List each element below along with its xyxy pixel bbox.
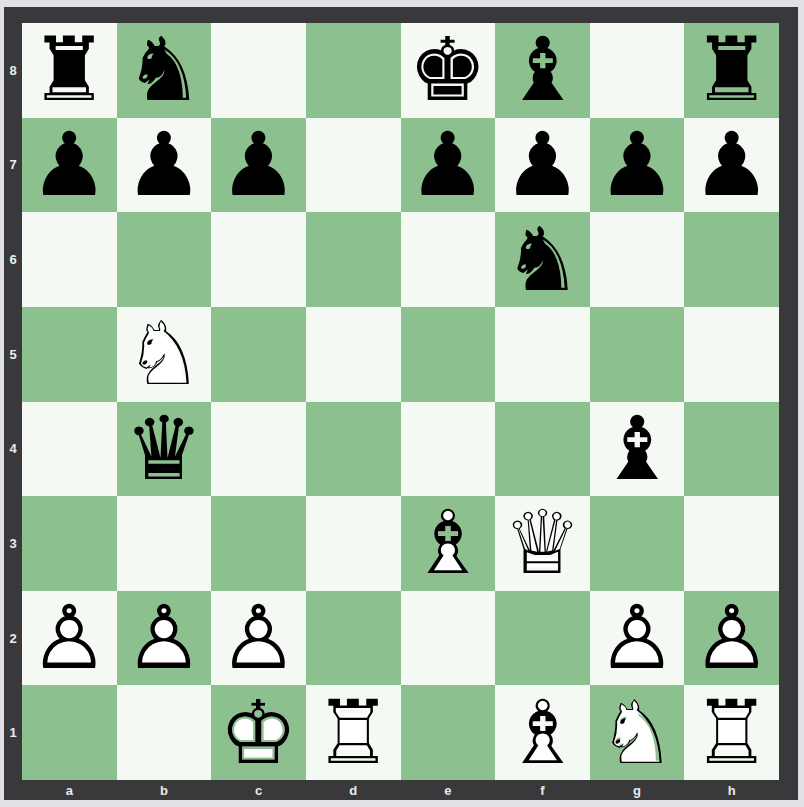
black-pawn[interactable]: ♟ xyxy=(211,118,306,213)
square-e8[interactable]: ♚ xyxy=(401,23,496,118)
square-f7[interactable]: ♟ xyxy=(495,118,590,213)
black-pawn[interactable]: ♟ xyxy=(495,118,590,213)
black-pawn[interactable]: ♟ xyxy=(22,118,117,213)
square-g4[interactable]: ♝ xyxy=(590,402,685,497)
square-a3[interactable] xyxy=(22,496,117,591)
square-c5[interactable] xyxy=(211,307,306,402)
square-b6[interactable] xyxy=(117,212,212,307)
square-e2[interactable] xyxy=(401,591,496,686)
white-pawn-outline: ♙ xyxy=(684,591,779,686)
white-bishop[interactable]: ♝♗ xyxy=(495,685,590,780)
square-d3[interactable] xyxy=(306,496,401,591)
square-a4[interactable] xyxy=(22,402,117,497)
square-c6[interactable] xyxy=(211,212,306,307)
square-d2[interactable] xyxy=(306,591,401,686)
white-pawn-outline: ♙ xyxy=(117,591,212,686)
black-queen[interactable]: ♛ xyxy=(117,402,212,497)
square-a5[interactable] xyxy=(22,307,117,402)
square-d7[interactable] xyxy=(306,118,401,213)
square-f4[interactable] xyxy=(495,402,590,497)
white-pawn[interactable]: ♟♙ xyxy=(22,591,117,686)
square-f5[interactable] xyxy=(495,307,590,402)
white-knight[interactable]: ♞♘ xyxy=(117,307,212,402)
square-h2[interactable]: ♟♙ xyxy=(684,591,779,686)
white-knight[interactable]: ♞♘ xyxy=(590,685,685,780)
square-e7[interactable]: ♟ xyxy=(401,118,496,213)
square-e1[interactable] xyxy=(401,685,496,780)
white-bishop-outline: ♗ xyxy=(401,496,496,591)
black-bishop[interactable]: ♝ xyxy=(495,23,590,118)
square-f8[interactable]: ♝ xyxy=(495,23,590,118)
rank-label-6: 6 xyxy=(4,212,22,307)
square-a6[interactable] xyxy=(22,212,117,307)
square-b4[interactable]: ♛ xyxy=(117,402,212,497)
white-knight-outline: ♘ xyxy=(117,307,212,402)
square-a7[interactable]: ♟ xyxy=(22,118,117,213)
square-g8[interactable] xyxy=(590,23,685,118)
black-bishop[interactable]: ♝ xyxy=(590,402,685,497)
white-king[interactable]: ♚♔ xyxy=(211,685,306,780)
square-h8[interactable]: ♜ xyxy=(684,23,779,118)
white-knight-outline: ♘ xyxy=(590,685,685,780)
board-frame: 87654321 abcdefgh ♜♞♚♝♜♟♟♟♟♟♟♟♞♞♘♛♝♝♗♛♕♟… xyxy=(4,7,798,800)
square-b1[interactable] xyxy=(117,685,212,780)
chess-board: ♜♞♚♝♜♟♟♟♟♟♟♟♞♞♘♛♝♝♗♛♕♟♙♟♙♟♙♟♙♟♙♚♔♜♖♝♗♞♘♜… xyxy=(22,23,779,780)
file-label-a: a xyxy=(22,780,117,800)
square-b2[interactable]: ♟♙ xyxy=(117,591,212,686)
square-d8[interactable] xyxy=(306,23,401,118)
square-e4[interactable] xyxy=(401,402,496,497)
white-pawn[interactable]: ♟♙ xyxy=(117,591,212,686)
black-pawn[interactable]: ♟ xyxy=(590,118,685,213)
file-label-b: b xyxy=(117,780,212,800)
square-d5[interactable] xyxy=(306,307,401,402)
rank-label-5: 5 xyxy=(4,307,22,402)
white-bishop-outline: ♗ xyxy=(495,685,590,780)
chess-diagram: 87654321 abcdefgh ♜♞♚♝♜♟♟♟♟♟♟♟♞♞♘♛♝♝♗♛♕♟… xyxy=(0,0,804,807)
square-e3[interactable]: ♝♗ xyxy=(401,496,496,591)
square-c1[interactable]: ♚♔ xyxy=(211,685,306,780)
white-pawn[interactable]: ♟♙ xyxy=(684,591,779,686)
square-c8[interactable] xyxy=(211,23,306,118)
square-f3[interactable]: ♛♕ xyxy=(495,496,590,591)
white-pawn[interactable]: ♟♙ xyxy=(211,591,306,686)
rank-label-1: 1 xyxy=(4,685,22,780)
square-g7[interactable]: ♟ xyxy=(590,118,685,213)
black-king[interactable]: ♚ xyxy=(401,23,496,118)
square-a8[interactable]: ♜ xyxy=(22,23,117,118)
rank-label-8: 8 xyxy=(4,23,22,118)
black-pawn[interactable]: ♟ xyxy=(117,118,212,213)
white-king-outline: ♔ xyxy=(211,685,306,780)
square-d1[interactable]: ♜♖ xyxy=(306,685,401,780)
square-h4[interactable] xyxy=(684,402,779,497)
square-g5[interactable] xyxy=(590,307,685,402)
rank-label-7: 7 xyxy=(4,118,22,213)
square-a1[interactable] xyxy=(22,685,117,780)
white-pawn-outline: ♙ xyxy=(211,591,306,686)
white-queen-outline: ♕ xyxy=(495,496,590,591)
square-c4[interactable] xyxy=(211,402,306,497)
square-g3[interactable] xyxy=(590,496,685,591)
white-bishop[interactable]: ♝♗ xyxy=(401,496,496,591)
black-pawn[interactable]: ♟ xyxy=(684,118,779,213)
square-h6[interactable] xyxy=(684,212,779,307)
black-knight[interactable]: ♞ xyxy=(117,23,212,118)
black-pawn[interactable]: ♟ xyxy=(401,118,496,213)
square-f2[interactable] xyxy=(495,591,590,686)
white-pawn-outline: ♙ xyxy=(590,591,685,686)
square-c2[interactable]: ♟♙ xyxy=(211,591,306,686)
white-rook-outline: ♖ xyxy=(306,685,401,780)
rank-label-4: 4 xyxy=(4,402,22,497)
rank-label-3: 3 xyxy=(4,496,22,591)
square-b3[interactable] xyxy=(117,496,212,591)
square-g6[interactable] xyxy=(590,212,685,307)
square-h1[interactable]: ♜♖ xyxy=(684,685,779,780)
rank-labels: 87654321 xyxy=(4,23,22,780)
square-b8[interactable]: ♞ xyxy=(117,23,212,118)
square-c3[interactable] xyxy=(211,496,306,591)
square-c7[interactable]: ♟ xyxy=(211,118,306,213)
square-f1[interactable]: ♝♗ xyxy=(495,685,590,780)
square-a2[interactable]: ♟♙ xyxy=(22,591,117,686)
square-e6[interactable] xyxy=(401,212,496,307)
square-h3[interactable] xyxy=(684,496,779,591)
black-knight[interactable]: ♞ xyxy=(495,212,590,307)
white-pawn[interactable]: ♟♙ xyxy=(590,591,685,686)
white-rook-outline: ♖ xyxy=(684,685,779,780)
rank-label-2: 2 xyxy=(4,591,22,686)
white-rook[interactable]: ♜♖ xyxy=(684,685,779,780)
square-h7[interactable]: ♟ xyxy=(684,118,779,213)
white-pawn-outline: ♙ xyxy=(22,591,117,686)
square-b5[interactable]: ♞♘ xyxy=(117,307,212,402)
square-d4[interactable] xyxy=(306,402,401,497)
square-d6[interactable] xyxy=(306,212,401,307)
square-e5[interactable] xyxy=(401,307,496,402)
square-g2[interactable]: ♟♙ xyxy=(590,591,685,686)
square-g1[interactable]: ♞♘ xyxy=(590,685,685,780)
square-f6[interactable]: ♞ xyxy=(495,212,590,307)
square-b7[interactable]: ♟ xyxy=(117,118,212,213)
black-rook[interactable]: ♜ xyxy=(684,23,779,118)
white-queen[interactable]: ♛♕ xyxy=(495,496,590,591)
file-label-e: e xyxy=(401,780,496,800)
square-h5[interactable] xyxy=(684,307,779,402)
white-rook[interactable]: ♜♖ xyxy=(306,685,401,780)
black-rook[interactable]: ♜ xyxy=(22,23,117,118)
